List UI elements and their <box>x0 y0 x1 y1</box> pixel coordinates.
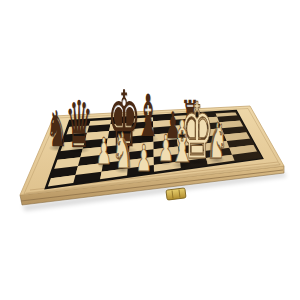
chess-board <box>0 0 300 300</box>
chess-set-photo: ♜♟♝♞♚♛♞♟♚♟♝♞♟ <box>0 0 300 300</box>
brass-clasp <box>166 188 186 200</box>
